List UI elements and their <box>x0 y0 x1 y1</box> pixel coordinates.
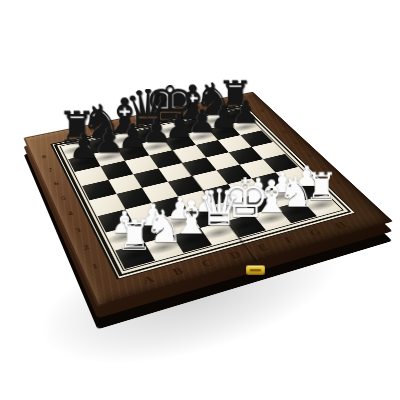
rank-label-left-7: 7 <box>47 167 54 173</box>
rank-label-left-8: 8 <box>41 154 47 160</box>
latch-face <box>240 229 271 260</box>
product-photo-scene: AABBCCDDEEFFGGHH1122334455667788 ♜♞♝♛♚♝♞… <box>0 0 400 400</box>
latch-clasp-icon <box>246 265 265 274</box>
white-rook-glyph: ♜ <box>108 197 162 255</box>
